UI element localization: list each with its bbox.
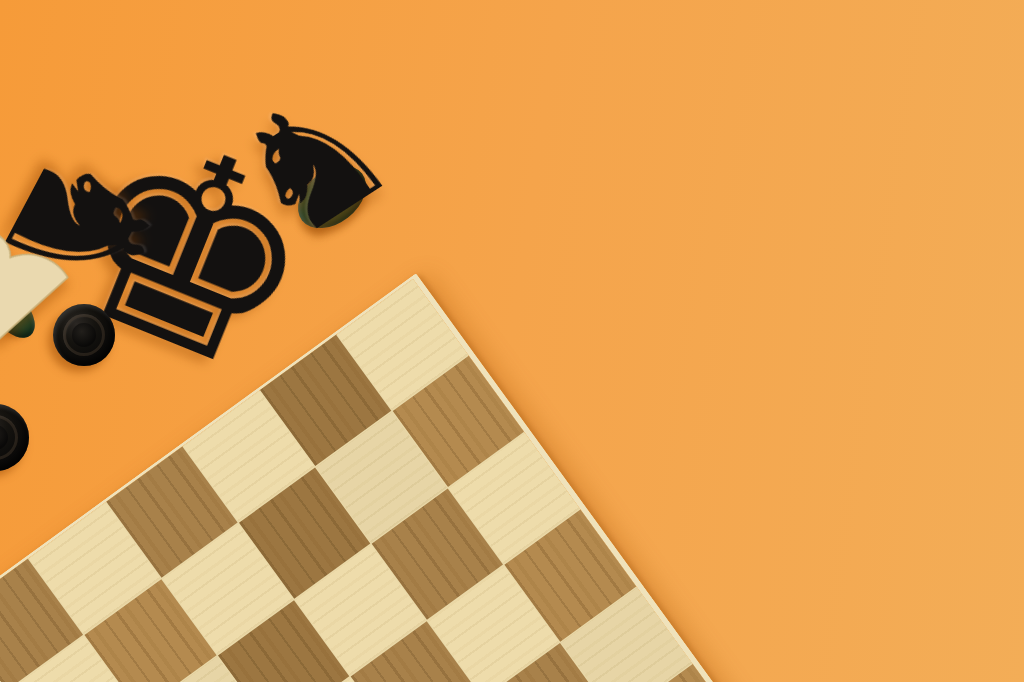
black-checker-disc-edge (0, 404, 29, 471)
flat-lay-scene: ♚ ♞ ♞ ♟ (0, 0, 1024, 682)
photo-background: { "game": "chess", "scene": "Overhead fl… (0, 0, 1024, 682)
black-checker-disc (53, 304, 115, 366)
